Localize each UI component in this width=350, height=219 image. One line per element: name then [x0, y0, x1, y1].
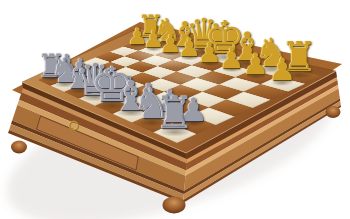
piece-shadow: [173, 44, 198, 51]
piece-shadow: [156, 40, 179, 46]
piece-shadow: [72, 76, 90, 81]
piece-shadow: [182, 120, 205, 126]
piece-black-pawn: ♟: [143, 28, 164, 52]
piece-shadow: [138, 103, 159, 109]
piece-white-rook: ♜: [37, 49, 66, 81]
piece-black-bishop: ♝: [170, 17, 201, 51]
piece-black-queen: ♛: [186, 14, 223, 55]
piece-white-knight: ♞: [133, 84, 171, 126]
piece-white-bishop: ♝: [63, 58, 96, 94]
piece-shadow: [233, 59, 261, 67]
piece-black-rook: ♜: [281, 38, 318, 79]
piece-white-pawn: ♟: [117, 73, 142, 101]
piece-shadow: [189, 48, 219, 56]
piece-shadow: [140, 36, 162, 42]
piece-black-rook: ♜: [137, 12, 165, 43]
piece-black-pawn: ♟: [160, 31, 182, 56]
piece-black-knight: ♞: [254, 33, 289, 72]
piece-white-pawn: ♟: [56, 52, 77, 76]
piece-shadow: [79, 93, 111, 102]
piece-shadow: [86, 82, 104, 87]
piece-black-knight: ♞: [153, 15, 182, 47]
piece-shadow: [162, 51, 180, 56]
piece-white-pawn: ♟: [84, 61, 107, 87]
piece-black-pawn: ♟: [219, 44, 244, 72]
piece-black-pawn: ♟: [178, 35, 201, 61]
piece-shadow: [40, 76, 63, 83]
piece-white-king: ♚: [90, 60, 134, 109]
piece-shadow: [129, 43, 145, 48]
piece-shadow: [180, 56, 198, 61]
piece-shadow: [271, 80, 293, 86]
piece-shadow: [159, 111, 181, 117]
piece-white-pawn: ♟: [69, 56, 91, 81]
piece-shadow: [119, 95, 139, 101]
chess-set-photo: ♜♞♝♛♚♝♞♜♟♟♟♟♟♟♟♟♟♟♟♟♟♟♟♟♜♞♝♛♚♝♞♜: [0, 0, 350, 219]
piece-shadow: [136, 118, 166, 126]
piece-shadow: [102, 88, 121, 93]
piece-shadow: [116, 109, 146, 117]
piece-white-pawn: ♟: [100, 67, 124, 94]
piece-shadow: [208, 53, 241, 62]
piece-shadow: [200, 61, 219, 66]
piece-shadow: [159, 128, 191, 137]
piece-white-knight: ♞: [50, 54, 80, 88]
piece-shadow: [95, 100, 130, 110]
piece-shadow: [66, 87, 92, 94]
pieces-layer: ♜♞♝♛♚♝♞♜♟♟♟♟♟♟♟♟♟♟♟♟♟♟♟♟♜♞♝♛♚♝♞♜: [0, 0, 350, 219]
piece-black-bishop: ♝: [230, 27, 265, 66]
piece-white-queen: ♛: [75, 57, 114, 101]
piece-black-king: ♚: [204, 16, 245, 62]
piece-black-pawn: ♟: [269, 55, 296, 86]
piece-shadow: [58, 71, 75, 76]
piece-black-pawn: ♟: [127, 24, 147, 47]
piece-white-pawn: ♟: [136, 79, 162, 108]
piece-shadow: [284, 71, 314, 79]
piece-shadow: [245, 73, 266, 79]
piece-white-pawn: ♟: [156, 86, 183, 117]
piece-shadow: [222, 67, 242, 73]
piece-black-pawn: ♟: [243, 50, 269, 79]
piece-shadow: [53, 81, 77, 88]
piece-white-pawn: ♟: [179, 94, 208, 126]
piece-shadow: [258, 65, 286, 73]
piece-white-rook: ♜: [155, 91, 195, 136]
piece-black-pawn: ♟: [198, 40, 222, 67]
piece-shadow: [145, 47, 162, 52]
piece-white-bishop: ♝: [112, 75, 149, 117]
